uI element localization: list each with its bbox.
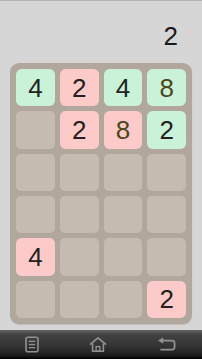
board-cell: 2 bbox=[147, 281, 186, 318]
board-cell: 2 bbox=[147, 111, 186, 148]
nav-menu-button[interactable] bbox=[15, 334, 49, 355]
board-cell bbox=[104, 238, 143, 275]
board-cell: 2 bbox=[60, 69, 99, 106]
board-cell bbox=[60, 196, 99, 233]
board-cell bbox=[16, 281, 55, 318]
tile-8: 8 bbox=[147, 69, 186, 106]
board-cell bbox=[16, 111, 55, 148]
board-cell bbox=[60, 238, 99, 275]
board-cell: 4 bbox=[16, 69, 55, 106]
phone-screen: 2 424828242 bbox=[0, 0, 202, 359]
tile-2: 2 bbox=[60, 111, 99, 148]
tile-2: 2 bbox=[60, 69, 99, 106]
board-cell: 8 bbox=[104, 111, 143, 148]
menu-icon bbox=[25, 336, 39, 353]
board-cell bbox=[60, 154, 99, 191]
tile-4: 4 bbox=[16, 238, 55, 275]
board-cell: 2 bbox=[60, 111, 99, 148]
board-cell bbox=[104, 281, 143, 318]
android-nav-bar bbox=[0, 330, 202, 359]
board-cell: 8 bbox=[147, 69, 186, 106]
board-cell bbox=[104, 196, 143, 233]
board-cell: 4 bbox=[104, 69, 143, 106]
score-display: 2 bbox=[164, 23, 178, 49]
tile-4: 4 bbox=[16, 69, 55, 106]
board-cell bbox=[60, 281, 99, 318]
tile-2: 2 bbox=[147, 111, 186, 148]
nav-home-button[interactable] bbox=[79, 334, 117, 355]
board-cell bbox=[104, 154, 143, 191]
tile-2: 2 bbox=[147, 281, 186, 318]
board-cell: 4 bbox=[16, 238, 55, 275]
board-cell bbox=[16, 196, 55, 233]
tile-4: 4 bbox=[104, 69, 143, 106]
home-icon bbox=[89, 336, 107, 353]
board-cell bbox=[16, 154, 55, 191]
board-cell bbox=[147, 238, 186, 275]
board-cell bbox=[147, 154, 186, 191]
nav-back-button[interactable] bbox=[147, 335, 187, 355]
game-board[interactable]: 424828242 bbox=[10, 63, 192, 324]
board-cell bbox=[147, 196, 186, 233]
back-icon bbox=[157, 337, 177, 353]
tile-8: 8 bbox=[104, 111, 143, 148]
screen-top-edge bbox=[0, 0, 202, 1]
